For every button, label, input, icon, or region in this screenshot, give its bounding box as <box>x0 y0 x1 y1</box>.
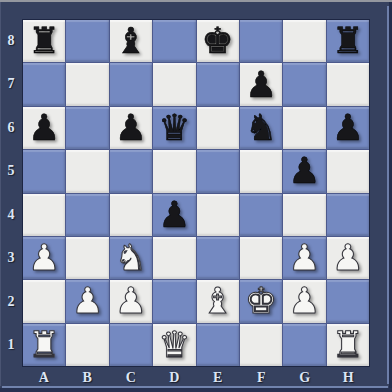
square-e8[interactable]: ♚ <box>197 20 239 62</box>
square-f5[interactable] <box>240 150 282 192</box>
piece-white-pawn[interactable]: ♟ <box>288 240 320 276</box>
rank-label-5: 5 <box>0 150 22 194</box>
square-e5[interactable] <box>197 150 239 192</box>
rank-label-4: 4 <box>0 193 22 237</box>
square-c6[interactable]: ♟ <box>110 107 152 149</box>
square-d5[interactable] <box>153 150 195 192</box>
square-b2[interactable]: ♟ <box>66 280 108 322</box>
piece-white-pawn[interactable]: ♟ <box>288 283 320 319</box>
square-h3[interactable]: ♟ <box>327 237 369 279</box>
rank-label-2: 2 <box>0 280 22 324</box>
square-g3[interactable]: ♟ <box>283 237 325 279</box>
file-label-e: E <box>196 367 240 388</box>
piece-black-king[interactable]: ♚ <box>202 23 234 59</box>
square-d4[interactable]: ♟ <box>153 194 195 236</box>
frame-bevel-top <box>0 0 392 2</box>
file-label-f: F <box>240 367 284 388</box>
file-label-g: G <box>283 367 327 388</box>
square-a6[interactable]: ♟ <box>23 107 65 149</box>
rank-label-1: 1 <box>0 324 22 368</box>
square-c5[interactable] <box>110 150 152 192</box>
square-e3[interactable] <box>197 237 239 279</box>
square-d7[interactable] <box>153 63 195 105</box>
square-c3[interactable]: ♞ <box>110 237 152 279</box>
square-g7[interactable] <box>283 63 325 105</box>
square-f6[interactable]: ♞ <box>240 107 282 149</box>
square-c1[interactable] <box>110 324 152 366</box>
piece-white-king[interactable]: ♚ <box>245 283 277 319</box>
file-coordinates: ABCDEFGH <box>22 367 370 388</box>
piece-black-pawn[interactable]: ♟ <box>28 110 60 146</box>
rank-label-3: 3 <box>0 237 22 281</box>
square-c2[interactable]: ♟ <box>110 280 152 322</box>
chess-app-window: 87654321 ♜♝♚♜♟♟♟♛♞♟♟♟♟♞♟♟♟♟♝♚♟♜♛♜ ABCDEF… <box>0 0 392 392</box>
square-f3[interactable] <box>240 237 282 279</box>
piece-white-pawn[interactable]: ♟ <box>71 283 103 319</box>
square-b5[interactable] <box>66 150 108 192</box>
square-d8[interactable] <box>153 20 195 62</box>
piece-black-pawn[interactable]: ♟ <box>288 153 320 189</box>
rank-label-7: 7 <box>0 63 22 107</box>
square-c7[interactable] <box>110 63 152 105</box>
piece-white-pawn[interactable]: ♟ <box>332 240 364 276</box>
piece-white-bishop[interactable]: ♝ <box>202 283 234 319</box>
square-d3[interactable] <box>153 237 195 279</box>
piece-black-pawn[interactable]: ♟ <box>158 197 190 233</box>
piece-black-bishop[interactable]: ♝ <box>115 23 147 59</box>
square-e1[interactable] <box>197 324 239 366</box>
piece-black-pawn[interactable]: ♟ <box>245 67 277 103</box>
file-label-h: H <box>327 367 371 388</box>
square-f2[interactable]: ♚ <box>240 280 282 322</box>
piece-white-rook[interactable]: ♜ <box>332 327 364 363</box>
square-e4[interactable] <box>197 194 239 236</box>
square-a5[interactable] <box>23 150 65 192</box>
piece-black-knight[interactable]: ♞ <box>245 110 277 146</box>
square-h1[interactable]: ♜ <box>327 324 369 366</box>
square-e7[interactable] <box>197 63 239 105</box>
square-a4[interactable] <box>23 194 65 236</box>
square-h5[interactable] <box>327 150 369 192</box>
square-h4[interactable] <box>327 194 369 236</box>
piece-black-rook[interactable]: ♜ <box>28 23 60 59</box>
square-f1[interactable] <box>240 324 282 366</box>
square-d2[interactable] <box>153 280 195 322</box>
square-a1[interactable]: ♜ <box>23 324 65 366</box>
square-h8[interactable]: ♜ <box>327 20 369 62</box>
piece-white-pawn[interactable]: ♟ <box>28 240 60 276</box>
square-g1[interactable] <box>283 324 325 366</box>
square-c8[interactable]: ♝ <box>110 20 152 62</box>
square-f7[interactable]: ♟ <box>240 63 282 105</box>
piece-black-queen[interactable]: ♛ <box>158 110 190 146</box>
square-b4[interactable] <box>66 194 108 236</box>
piece-white-rook[interactable]: ♜ <box>28 327 60 363</box>
square-g6[interactable] <box>283 107 325 149</box>
square-g4[interactable] <box>283 194 325 236</box>
file-label-d: D <box>153 367 197 388</box>
square-b3[interactable] <box>66 237 108 279</box>
file-label-a: A <box>22 367 66 388</box>
square-a8[interactable]: ♜ <box>23 20 65 62</box>
piece-black-pawn[interactable]: ♟ <box>332 110 364 146</box>
square-e2[interactable]: ♝ <box>197 280 239 322</box>
square-h7[interactable] <box>327 63 369 105</box>
square-d6[interactable]: ♛ <box>153 107 195 149</box>
square-a3[interactable]: ♟ <box>23 237 65 279</box>
square-g5[interactable]: ♟ <box>283 150 325 192</box>
piece-black-rook[interactable]: ♜ <box>332 23 364 59</box>
file-label-c: C <box>109 367 153 388</box>
square-c4[interactable] <box>110 194 152 236</box>
chess-board: ♜♝♚♜♟♟♟♛♞♟♟♟♟♞♟♟♟♟♝♚♟♜♛♜ <box>22 19 370 367</box>
rank-label-6: 6 <box>0 106 22 150</box>
piece-white-pawn[interactable]: ♟ <box>115 283 147 319</box>
square-b1[interactable] <box>66 324 108 366</box>
piece-black-pawn[interactable]: ♟ <box>115 110 147 146</box>
square-f8[interactable] <box>240 20 282 62</box>
piece-white-queen[interactable]: ♛ <box>158 327 190 363</box>
square-b8[interactable] <box>66 20 108 62</box>
rank-coordinates: 87654321 <box>0 19 22 367</box>
square-h2[interactable] <box>327 280 369 322</box>
square-a7[interactable] <box>23 63 65 105</box>
square-h6[interactable]: ♟ <box>327 107 369 149</box>
square-e6[interactable] <box>197 107 239 149</box>
square-f4[interactable] <box>240 194 282 236</box>
square-g2[interactable]: ♟ <box>283 280 325 322</box>
piece-white-knight[interactable]: ♞ <box>115 240 147 276</box>
frame-bevel-bottom-edge <box>0 388 392 392</box>
square-b6[interactable] <box>66 107 108 149</box>
square-g8[interactable] <box>283 20 325 62</box>
square-b7[interactable] <box>66 63 108 105</box>
square-d1[interactable]: ♛ <box>153 324 195 366</box>
square-a2[interactable] <box>23 280 65 322</box>
rank-label-8: 8 <box>0 19 22 63</box>
file-label-b: B <box>66 367 110 388</box>
